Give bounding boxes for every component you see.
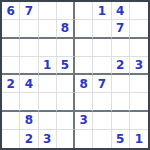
empty-cell-r3c1[interactable] bbox=[2, 39, 20, 57]
given-cell-r7c2[interactable]: 8 bbox=[20, 112, 38, 130]
given-cell-r8c8[interactable]: 1 bbox=[130, 130, 148, 148]
given-cell-r5c5[interactable]: 8 bbox=[75, 75, 93, 93]
given-cell-r4c7[interactable]: 2 bbox=[112, 57, 130, 75]
empty-cell-r6c5[interactable] bbox=[75, 93, 93, 111]
given-cell-r4c3[interactable]: 1 bbox=[39, 57, 57, 75]
given-cell-r1c7[interactable]: 4 bbox=[112, 2, 130, 20]
empty-cell-r5c7[interactable] bbox=[112, 75, 130, 93]
empty-cell-r3c7[interactable] bbox=[112, 39, 130, 57]
empty-cell-r2c8[interactable] bbox=[130, 20, 148, 38]
empty-cell-r7c4[interactable] bbox=[57, 112, 75, 130]
given-cell-r1c1[interactable]: 6 bbox=[2, 2, 20, 20]
empty-cell-r2c2[interactable] bbox=[20, 20, 38, 38]
given-cell-r5c1[interactable]: 2 bbox=[2, 75, 20, 93]
empty-cell-r5c3[interactable] bbox=[39, 75, 57, 93]
empty-cell-r6c8[interactable] bbox=[130, 93, 148, 111]
empty-cell-r5c8[interactable] bbox=[130, 75, 148, 93]
empty-cell-r4c1[interactable] bbox=[2, 57, 20, 75]
given-cell-r4c4[interactable]: 5 bbox=[57, 57, 75, 75]
empty-cell-r6c4[interactable] bbox=[57, 93, 75, 111]
empty-cell-r1c4[interactable] bbox=[57, 2, 75, 20]
given-cell-r8c7[interactable]: 5 bbox=[112, 130, 130, 148]
empty-cell-r1c3[interactable] bbox=[39, 2, 57, 20]
empty-cell-r6c1[interactable] bbox=[2, 93, 20, 111]
empty-cell-r2c1[interactable] bbox=[2, 20, 20, 38]
empty-cell-r6c7[interactable] bbox=[112, 93, 130, 111]
empty-cell-r8c6[interactable] bbox=[93, 130, 111, 148]
empty-cell-r5c4[interactable] bbox=[57, 75, 75, 93]
empty-cell-r3c8[interactable] bbox=[130, 39, 148, 57]
empty-cell-r3c4[interactable] bbox=[57, 39, 75, 57]
empty-cell-r7c6[interactable] bbox=[93, 112, 111, 130]
empty-cell-r4c5[interactable] bbox=[75, 57, 93, 75]
empty-cell-r3c5[interactable] bbox=[75, 39, 93, 57]
empty-cell-r3c6[interactable] bbox=[93, 39, 111, 57]
empty-cell-r8c4[interactable] bbox=[57, 130, 75, 148]
given-cell-r5c2[interactable]: 4 bbox=[20, 75, 38, 93]
empty-cell-r4c6[interactable] bbox=[93, 57, 111, 75]
empty-cell-r8c1[interactable] bbox=[2, 130, 20, 148]
empty-cell-r4c2[interactable] bbox=[20, 57, 38, 75]
empty-cell-r8c5[interactable] bbox=[75, 130, 93, 148]
empty-cell-r3c3[interactable] bbox=[39, 39, 57, 57]
empty-cell-r3c2[interactable] bbox=[20, 39, 38, 57]
given-cell-r4c8[interactable]: 3 bbox=[130, 57, 148, 75]
given-cell-r5c6[interactable]: 7 bbox=[93, 75, 111, 93]
empty-cell-r6c3[interactable] bbox=[39, 93, 57, 111]
given-cell-r1c6[interactable]: 1 bbox=[93, 2, 111, 20]
sudoku-board: 67148715232487832351 bbox=[0, 0, 150, 150]
empty-cell-r7c1[interactable] bbox=[2, 112, 20, 130]
empty-cell-r7c8[interactable] bbox=[130, 112, 148, 130]
given-cell-r8c3[interactable]: 3 bbox=[39, 130, 57, 148]
empty-cell-r2c5[interactable] bbox=[75, 20, 93, 38]
given-cell-r1c2[interactable]: 7 bbox=[20, 2, 38, 20]
given-cell-r2c4[interactable]: 8 bbox=[57, 20, 75, 38]
empty-cell-r6c2[interactable] bbox=[20, 93, 38, 111]
empty-cell-r1c5[interactable] bbox=[75, 2, 93, 20]
empty-cell-r6c6[interactable] bbox=[93, 93, 111, 111]
empty-cell-r7c3[interactable] bbox=[39, 112, 57, 130]
empty-cell-r1c8[interactable] bbox=[130, 2, 148, 20]
given-cell-r2c7[interactable]: 7 bbox=[112, 20, 130, 38]
empty-cell-r2c6[interactable] bbox=[93, 20, 111, 38]
empty-cell-r7c7[interactable] bbox=[112, 112, 130, 130]
given-cell-r8c2[interactable]: 2 bbox=[20, 130, 38, 148]
given-cell-r7c5[interactable]: 3 bbox=[75, 112, 93, 130]
empty-cell-r2c3[interactable] bbox=[39, 20, 57, 38]
